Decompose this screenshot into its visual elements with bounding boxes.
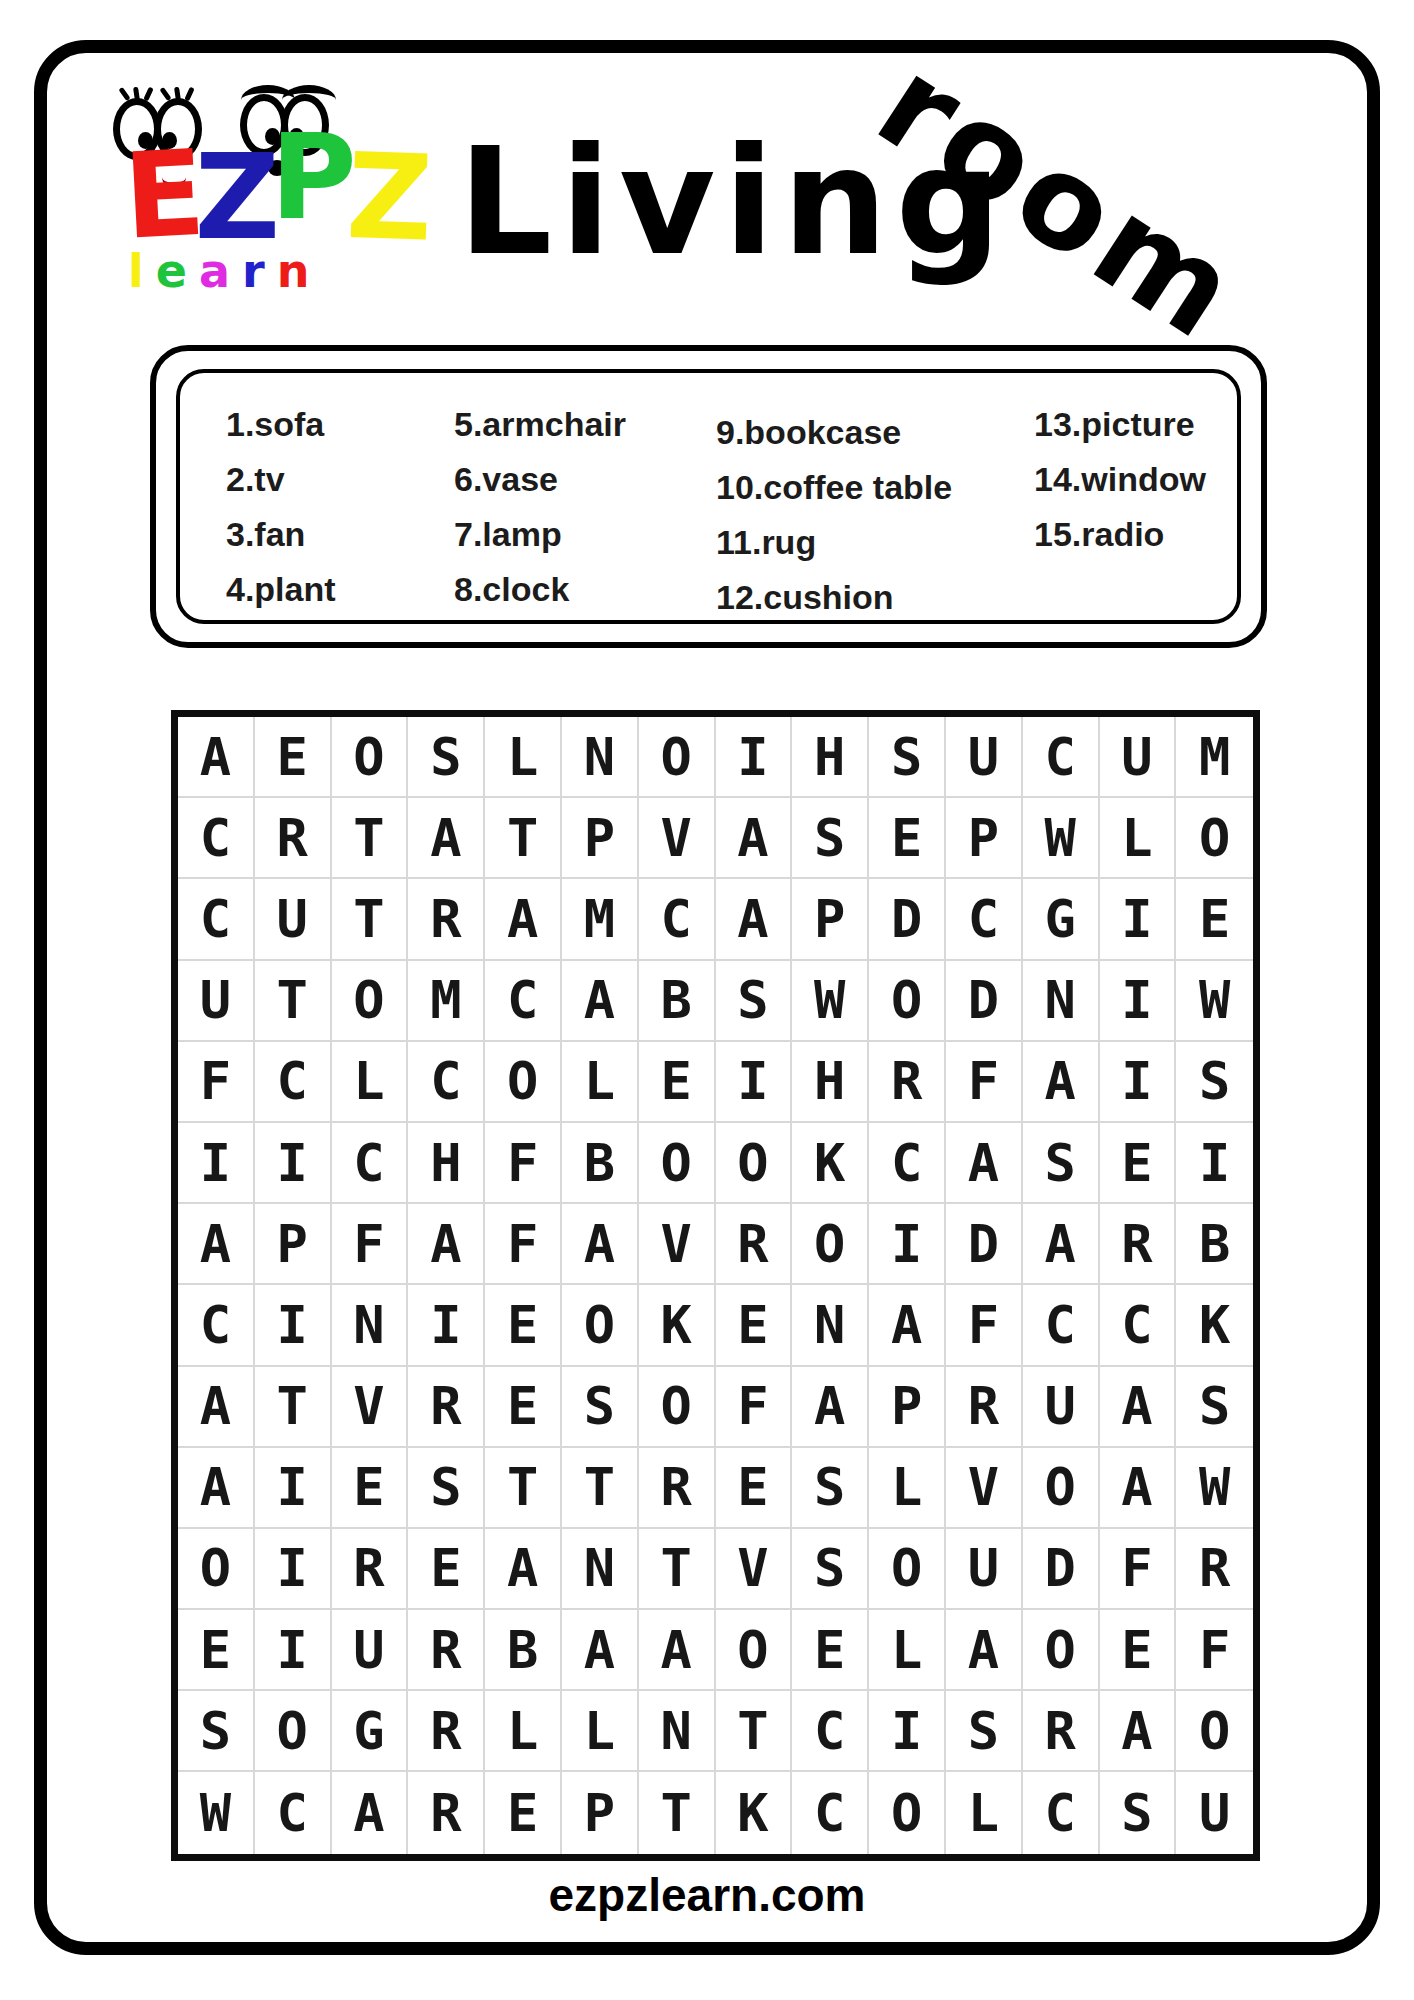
grid-cell-r5c5[interactable]: O	[485, 1042, 562, 1123]
word-list-column-4: 13.picture14.window15.radio	[1034, 397, 1206, 620]
grid-cell-r13c13[interactable]: A	[1100, 1691, 1177, 1772]
grid-cell-r11c6[interactable]: N	[562, 1529, 639, 1610]
grid-cell-r13c11[interactable]: S	[946, 1691, 1023, 1772]
grid-cell-r3c4[interactable]: R	[408, 879, 485, 960]
grid-cell-r4c11[interactable]: D	[946, 961, 1023, 1042]
grid-cell-r11c2[interactable]: I	[255, 1529, 332, 1610]
grid-cell-r12c6[interactable]: A	[562, 1610, 639, 1691]
grid-cell-r6c1[interactable]: I	[178, 1123, 255, 1204]
grid-cell-r3c6[interactable]: M	[562, 879, 639, 960]
grid-cell-r5c3[interactable]: L	[332, 1042, 409, 1123]
grid-cell-r5c11[interactable]: F	[946, 1042, 1023, 1123]
grid-cell-r6c11[interactable]: A	[946, 1123, 1023, 1204]
grid-cell-r1c9[interactable]: H	[792, 717, 869, 798]
worksheet-page: EZPZ learn Living room 1.sofa2.tv3.fan4.…	[0, 0, 1414, 2000]
grid-cell-r4c13[interactable]: I	[1100, 961, 1177, 1042]
grid-cell-r1c7[interactable]: O	[639, 717, 716, 798]
grid-cell-r1c12[interactable]: C	[1023, 717, 1100, 798]
grid-cell-r10c12[interactable]: O	[1023, 1448, 1100, 1529]
eyelash-icon	[133, 87, 140, 102]
grid-cell-r14c10[interactable]: O	[869, 1772, 946, 1853]
grid-cell-r8c12[interactable]: C	[1023, 1285, 1100, 1366]
grid-cell-r11c1[interactable]: O	[178, 1529, 255, 1610]
grid-cell-r5c6[interactable]: L	[562, 1042, 639, 1123]
grid-cell-r6c2[interactable]: I	[255, 1123, 332, 1204]
grid-cell-r2c2[interactable]: R	[255, 798, 332, 879]
grid-cell-r2c12[interactable]: W	[1023, 798, 1100, 879]
grid-cell-r12c14[interactable]: F	[1176, 1610, 1253, 1691]
grid-cell-r10c7[interactable]: R	[639, 1448, 716, 1529]
word-list-item: 15.radio	[1034, 507, 1206, 562]
word-list-item: 3.fan	[226, 507, 454, 562]
grid-cell-r13c4[interactable]: R	[408, 1691, 485, 1772]
grid-cell-r9c9[interactable]: A	[792, 1367, 869, 1448]
grid-cell-r4c8[interactable]: S	[716, 961, 793, 1042]
grid-cell-r14c11[interactable]: L	[946, 1772, 1023, 1853]
grid-cell-r13c9[interactable]: C	[792, 1691, 869, 1772]
logo-letter-P: P	[270, 118, 346, 236]
grid-cell-r9c6[interactable]: S	[562, 1367, 639, 1448]
grid-cell-r1c11[interactable]: U	[946, 717, 1023, 798]
grid-cell-r1c5[interactable]: L	[485, 717, 562, 798]
grid-cell-r12c12[interactable]: O	[1023, 1610, 1100, 1691]
eyelash-icon	[174, 87, 181, 102]
grid-cell-r1c6[interactable]: N	[562, 717, 639, 798]
eyelash-icon	[143, 87, 153, 102]
word-list-item: 2.tv	[226, 452, 454, 507]
grid-cell-r5c1[interactable]: F	[178, 1042, 255, 1123]
word-list-item: 5.armchair	[454, 397, 716, 452]
grid-cell-r7c9[interactable]: O	[792, 1204, 869, 1285]
grid-cell-r10c2[interactable]: I	[255, 1448, 332, 1529]
grid-cell-r3c14[interactable]: E	[1176, 879, 1253, 960]
grid-cell-r5c7[interactable]: E	[639, 1042, 716, 1123]
grid-cell-r7c12[interactable]: A	[1023, 1204, 1100, 1285]
grid-cell-r7c3[interactable]: F	[332, 1204, 409, 1285]
grid-cell-r9c3[interactable]: V	[332, 1367, 409, 1448]
grid-cell-r5c8[interactable]: I	[716, 1042, 793, 1123]
grid-cell-r3c1[interactable]: C	[178, 879, 255, 960]
grid-cell-r9c2[interactable]: T	[255, 1367, 332, 1448]
grid-cell-r4c6[interactable]: A	[562, 961, 639, 1042]
grid-cell-r5c4[interactable]: C	[408, 1042, 485, 1123]
grid-cell-r14c8[interactable]: K	[716, 1772, 793, 1853]
grid-cell-r2c10[interactable]: E	[869, 798, 946, 879]
grid-cell-r3c7[interactable]: C	[639, 879, 716, 960]
grid-cell-r6c5[interactable]: F	[485, 1123, 562, 1204]
grid-cell-r2c13[interactable]: L	[1100, 798, 1177, 879]
grid-cell-r9c8[interactable]: F	[716, 1367, 793, 1448]
grid-cell-r8c3[interactable]: N	[332, 1285, 409, 1366]
grid-cell-r2c1[interactable]: C	[178, 798, 255, 879]
grid-cell-r9c1[interactable]: A	[178, 1367, 255, 1448]
grid-cell-r10c14[interactable]: W	[1176, 1448, 1253, 1529]
grid-cell-r13c8[interactable]: T	[716, 1691, 793, 1772]
word-list-column-3: 9.bookcase10.coffee table11.rug12.cushio…	[716, 397, 1034, 620]
grid-cell-r9c10[interactable]: P	[869, 1367, 946, 1448]
ezpz-learn-logo: EZPZ learn	[110, 88, 410, 298]
grid-cell-r7c6[interactable]: A	[562, 1204, 639, 1285]
grid-cell-r14c9[interactable]: C	[792, 1772, 869, 1853]
grid-cell-r8c9[interactable]: N	[792, 1285, 869, 1366]
grid-cell-r6c10[interactable]: C	[869, 1123, 946, 1204]
grid-cell-r12c11[interactable]: A	[946, 1610, 1023, 1691]
grid-cell-r4c4[interactable]: M	[408, 961, 485, 1042]
grid-cell-r12c4[interactable]: R	[408, 1610, 485, 1691]
grid-cell-r14c12[interactable]: C	[1023, 1772, 1100, 1853]
grid-cell-r11c4[interactable]: E	[408, 1529, 485, 1610]
grid-cell-r3c8[interactable]: A	[716, 879, 793, 960]
grid-cell-r2c11[interactable]: P	[946, 798, 1023, 879]
logo-letter-e: e	[156, 248, 187, 294]
grid-cell-r2c7[interactable]: V	[639, 798, 716, 879]
grid-cell-r13c10[interactable]: I	[869, 1691, 946, 1772]
grid-cell-r13c3[interactable]: G	[332, 1691, 409, 1772]
grid-cell-r8c8[interactable]: E	[716, 1285, 793, 1366]
word-search-grid: AEOSLNOIHSUCUMCRTATPVASEPWLOCUTRAMCAPDCG…	[171, 710, 1260, 1861]
eyelash-icon	[118, 87, 130, 101]
grid-cell-r6c13[interactable]: E	[1100, 1123, 1177, 1204]
grid-cell-r13c5[interactable]: L	[485, 1691, 562, 1772]
grid-cell-r7c13[interactable]: R	[1100, 1204, 1177, 1285]
grid-cell-r7c1[interactable]: A	[178, 1204, 255, 1285]
grid-cell-r10c3[interactable]: E	[332, 1448, 409, 1529]
logo-letter-Z: Z	[345, 137, 425, 258]
grid-cell-r4c9[interactable]: W	[792, 961, 869, 1042]
grid-cell-r3c10[interactable]: D	[869, 879, 946, 960]
grid-cell-r3c11[interactable]: C	[946, 879, 1023, 960]
grid-cell-r7c14[interactable]: B	[1176, 1204, 1253, 1285]
grid-cell-r5c2[interactable]: C	[255, 1042, 332, 1123]
logo-letter-E: E	[121, 134, 198, 256]
grid-cell-r14c14[interactable]: U	[1176, 1772, 1253, 1853]
grid-cell-r10c13[interactable]: A	[1100, 1448, 1177, 1529]
grid-cell-r3c2[interactable]: U	[255, 879, 332, 960]
grid-cell-r14c6[interactable]: P	[562, 1772, 639, 1853]
word-list-item: 12.cushion	[716, 570, 1034, 625]
logo-letter-Z: Z	[195, 138, 271, 256]
grid-cell-r6c14[interactable]: I	[1176, 1123, 1253, 1204]
word-list-item: 11.rug	[716, 515, 1034, 570]
grid-cell-r10c4[interactable]: S	[408, 1448, 485, 1529]
grid-cell-r9c13[interactable]: A	[1100, 1367, 1177, 1448]
grid-cell-r10c11[interactable]: V	[946, 1448, 1023, 1529]
grid-cell-r9c7[interactable]: O	[639, 1367, 716, 1448]
grid-cell-r7c7[interactable]: V	[639, 1204, 716, 1285]
eyelash-icon	[159, 87, 171, 101]
grid-cell-r12c13[interactable]: E	[1100, 1610, 1177, 1691]
logo-text-ezpz: EZPZ	[124, 136, 422, 254]
footer-url: ezpzlearn.com	[0, 1868, 1414, 1922]
grid-cell-r3c12[interactable]: G	[1023, 879, 1100, 960]
grid-cell-r12c9[interactable]: E	[792, 1610, 869, 1691]
grid-cell-r12c8[interactable]: O	[716, 1610, 793, 1691]
grid-cell-r6c6[interactable]: B	[562, 1123, 639, 1204]
grid-cell-r5c10[interactable]: R	[869, 1042, 946, 1123]
grid-cell-r6c7[interactable]: O	[639, 1123, 716, 1204]
grid-cell-r12c1[interactable]: E	[178, 1610, 255, 1691]
grid-cell-r4c14[interactable]: W	[1176, 961, 1253, 1042]
grid-cell-r8c10[interactable]: A	[869, 1285, 946, 1366]
grid-cell-r2c5[interactable]: T	[485, 798, 562, 879]
grid-cell-r14c1[interactable]: W	[178, 1772, 255, 1853]
word-list-item: 9.bookcase	[716, 405, 1034, 460]
grid-cell-r8c13[interactable]: C	[1100, 1285, 1177, 1366]
grid-cell-r6c3[interactable]: C	[332, 1123, 409, 1204]
grid-cell-r11c14[interactable]: R	[1176, 1529, 1253, 1610]
word-list-item: 14.window	[1034, 452, 1206, 507]
grid-cell-r7c8[interactable]: R	[716, 1204, 793, 1285]
grid-cell-r8c14[interactable]: K	[1176, 1285, 1253, 1366]
grid-cell-r9c12[interactable]: U	[1023, 1367, 1100, 1448]
grid-cell-r11c9[interactable]: S	[792, 1529, 869, 1610]
grid-cell-r7c4[interactable]: A	[408, 1204, 485, 1285]
grid-cell-r6c12[interactable]: S	[1023, 1123, 1100, 1204]
grid-cell-r8c4[interactable]: I	[408, 1285, 485, 1366]
grid-cell-r1c1[interactable]: A	[178, 717, 255, 798]
grid-cell-r4c12[interactable]: N	[1023, 961, 1100, 1042]
grid-cell-r13c14[interactable]: O	[1176, 1691, 1253, 1772]
grid-cell-r8c7[interactable]: K	[639, 1285, 716, 1366]
grid-cell-r10c5[interactable]: T	[485, 1448, 562, 1529]
grid-cell-r2c3[interactable]: T	[332, 798, 409, 879]
grid-cell-r4c5[interactable]: C	[485, 961, 562, 1042]
logo-letter-n: n	[277, 248, 310, 294]
grid-cell-r10c6[interactable]: T	[562, 1448, 639, 1529]
grid-cell-r12c7[interactable]: A	[639, 1610, 716, 1691]
grid-cell-r2c4[interactable]: A	[408, 798, 485, 879]
word-list-item: 13.picture	[1034, 397, 1206, 452]
word-list-box: 1.sofa2.tv3.fan4.plant5.armchair6.vase7.…	[150, 345, 1267, 648]
grid-cell-r6c9[interactable]: K	[792, 1123, 869, 1204]
grid-cell-r4c1[interactable]: U	[178, 961, 255, 1042]
grid-cell-r6c4[interactable]: H	[408, 1123, 485, 1204]
grid-cell-r1c3[interactable]: O	[332, 717, 409, 798]
grid-cell-r1c14[interactable]: M	[1176, 717, 1253, 798]
grid-cell-r8c6[interactable]: O	[562, 1285, 639, 1366]
grid-cell-r5c9[interactable]: H	[792, 1042, 869, 1123]
grid-cell-r7c11[interactable]: D	[946, 1204, 1023, 1285]
grid-cell-r10c8[interactable]: E	[716, 1448, 793, 1529]
grid-cell-r13c12[interactable]: R	[1023, 1691, 1100, 1772]
grid-cell-r11c5[interactable]: A	[485, 1529, 562, 1610]
grid-cell-r2c8[interactable]: A	[716, 798, 793, 879]
grid-cell-r11c13[interactable]: F	[1100, 1529, 1177, 1610]
grid-cell-r5c13[interactable]: I	[1100, 1042, 1177, 1123]
grid-cell-r7c5[interactable]: F	[485, 1204, 562, 1285]
grid-cell-r4c2[interactable]: T	[255, 961, 332, 1042]
word-list-item: 4.plant	[226, 562, 454, 617]
grid-cell-r12c3[interactable]: U	[332, 1610, 409, 1691]
grid-cell-r13c6[interactable]: L	[562, 1691, 639, 1772]
logo-text-learn: learn	[128, 248, 321, 294]
grid-cell-r5c12[interactable]: A	[1023, 1042, 1100, 1123]
logo-letter-r: r	[242, 248, 265, 294]
grid-cell-r2c9[interactable]: S	[792, 798, 869, 879]
grid-cell-r1c2[interactable]: E	[255, 717, 332, 798]
grid-cell-r7c10[interactable]: I	[869, 1204, 946, 1285]
word-list-item: 1.sofa	[226, 397, 454, 452]
word-list-item: 10.coffee table	[716, 460, 1034, 515]
grid-cell-r11c10[interactable]: O	[869, 1529, 946, 1610]
word-list-item: 7.lamp	[454, 507, 716, 562]
grid-cell-r10c10[interactable]: L	[869, 1448, 946, 1529]
word-list-column-2: 5.armchair6.vase7.lamp8.clock	[454, 397, 716, 620]
grid-cell-r11c11[interactable]: U	[946, 1529, 1023, 1610]
grid-cell-r13c1[interactable]: S	[178, 1691, 255, 1772]
grid-cell-r9c14[interactable]: S	[1176, 1367, 1253, 1448]
word-list-item: 6.vase	[454, 452, 716, 507]
word-list: 1.sofa2.tv3.fan4.plant5.armchair6.vase7.…	[176, 369, 1241, 624]
word-list-item: 8.clock	[454, 562, 716, 617]
grid-cell-r2c6[interactable]: P	[562, 798, 639, 879]
grid-cell-r14c2[interactable]: C	[255, 1772, 332, 1853]
grid-cell-r9c5[interactable]: E	[485, 1367, 562, 1448]
grid-cell-r2c14[interactable]: O	[1176, 798, 1253, 879]
grid-cell-r4c10[interactable]: O	[869, 961, 946, 1042]
grid-cell-r3c5[interactable]: A	[485, 879, 562, 960]
grid-cell-r8c1[interactable]: C	[178, 1285, 255, 1366]
grid-cell-r3c13[interactable]: I	[1100, 879, 1177, 960]
grid-cell-r9c4[interactable]: R	[408, 1367, 485, 1448]
grid-cell-r7c2[interactable]: P	[255, 1204, 332, 1285]
grid-cell-r1c8[interactable]: I	[716, 717, 793, 798]
grid-cell-r1c13[interactable]: U	[1100, 717, 1177, 798]
grid-cell-r8c11[interactable]: F	[946, 1285, 1023, 1366]
grid-cell-r13c2[interactable]: O	[255, 1691, 332, 1772]
grid-cell-r12c10[interactable]: L	[869, 1610, 946, 1691]
grid-cell-r9c11[interactable]: R	[946, 1367, 1023, 1448]
grid-cell-r11c7[interactable]: T	[639, 1529, 716, 1610]
grid-cell-r4c7[interactable]: B	[639, 961, 716, 1042]
grid-cell-r11c3[interactable]: R	[332, 1529, 409, 1610]
logo-letter-a: a	[199, 248, 230, 294]
grid-cell-r8c5[interactable]: E	[485, 1285, 562, 1366]
grid-cell-r6c8[interactable]: O	[716, 1123, 793, 1204]
grid-cell-r14c7[interactable]: T	[639, 1772, 716, 1853]
grid-cell-r10c1[interactable]: A	[178, 1448, 255, 1529]
grid-cell-r14c3[interactable]: A	[332, 1772, 409, 1853]
grid-cell-r1c4[interactable]: S	[408, 717, 485, 798]
grid-cell-r14c4[interactable]: R	[408, 1772, 485, 1853]
grid-cell-r3c9[interactable]: P	[792, 879, 869, 960]
grid-cell-r13c7[interactable]: N	[639, 1691, 716, 1772]
grid-cell-r12c2[interactable]: I	[255, 1610, 332, 1691]
grid-cell-r14c13[interactable]: S	[1100, 1772, 1177, 1853]
grid-cell-r3c3[interactable]: T	[332, 879, 409, 960]
grid-cell-r8c2[interactable]: I	[255, 1285, 332, 1366]
grid-cell-r11c12[interactable]: D	[1023, 1529, 1100, 1610]
grid-cell-r4c3[interactable]: O	[332, 961, 409, 1042]
grid-cell-r1c10[interactable]: S	[869, 717, 946, 798]
grid-cell-r5c14[interactable]: S	[1176, 1042, 1253, 1123]
eyelash-icon	[184, 87, 194, 102]
logo-letter-l: l	[128, 248, 144, 294]
grid-cell-r11c8[interactable]: V	[716, 1529, 793, 1610]
grid-cell-r10c9[interactable]: S	[792, 1448, 869, 1529]
grid-cell-r12c5[interactable]: B	[485, 1610, 562, 1691]
word-list-column-1: 1.sofa2.tv3.fan4.plant	[226, 397, 454, 620]
grid-cell-r14c5[interactable]: E	[485, 1772, 562, 1853]
